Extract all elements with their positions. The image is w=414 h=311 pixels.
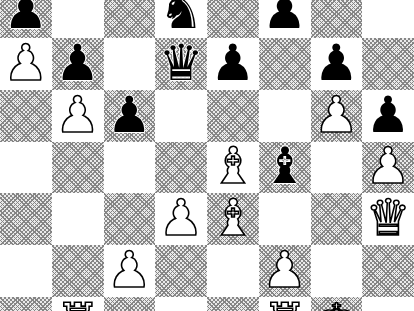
piece-black-pawn-b6: ♟ xyxy=(52,37,104,89)
board-square-c4 xyxy=(104,142,156,194)
board-square-a3 xyxy=(0,193,52,245)
board-square-c3 xyxy=(104,193,156,245)
piece-white-pawn-b5: ♟ xyxy=(52,89,104,141)
piece-black-queen-d6: ♛ xyxy=(155,37,207,89)
board-square-e1 xyxy=(207,297,259,311)
board-square-g2 xyxy=(311,245,363,297)
board-square-c7 xyxy=(104,0,156,38)
board-square-a2 xyxy=(0,245,52,297)
board-square-b4 xyxy=(52,142,104,194)
chessboard: ♟♞♟♟♟♛♟♟♟♟♟♟♝♝♟♟♝♛♟♟♜♜♚ xyxy=(0,0,414,311)
piece-black-pawn-f7: ♟ xyxy=(259,0,311,37)
piece-black-pawn-h5: ♟ xyxy=(362,89,414,141)
board-square-f3 xyxy=(259,193,311,245)
piece-white-rook-f1: ♜ xyxy=(259,296,311,311)
board-square-f6 xyxy=(259,38,311,90)
piece-white-pawn-f2: ♟ xyxy=(259,244,311,296)
piece-black-pawn-c5: ♟ xyxy=(104,89,156,141)
piece-black-pawn-e6: ♟ xyxy=(207,37,259,89)
board-square-b2 xyxy=(52,245,104,297)
piece-white-pawn-h4: ♟ xyxy=(362,141,414,193)
board-square-b7 xyxy=(52,0,104,38)
board-square-d1 xyxy=(155,297,207,311)
board-square-a5 xyxy=(0,90,52,142)
piece-white-bishop-e4: ♝ xyxy=(207,141,259,193)
piece-white-rook-b1: ♜ xyxy=(52,296,104,311)
piece-white-bishop-e3: ♝ xyxy=(207,192,259,244)
board-square-e5 xyxy=(207,90,259,142)
piece-black-pawn-a7: ♟ xyxy=(0,0,52,37)
board-square-b3 xyxy=(52,193,104,245)
board-square-h7 xyxy=(362,0,414,38)
board-square-e7 xyxy=(207,0,259,38)
board-square-c1 xyxy=(104,297,156,311)
piece-white-pawn-g5: ♟ xyxy=(311,89,363,141)
board-square-d2 xyxy=(155,245,207,297)
piece-white-pawn-d3: ♟ xyxy=(155,192,207,244)
board-square-a1 xyxy=(0,297,52,311)
piece-white-pawn-a6: ♟ xyxy=(0,37,52,89)
board-square-g4 xyxy=(311,142,363,194)
board-square-c6 xyxy=(104,38,156,90)
piece-white-king-g1: ♚ xyxy=(311,296,363,311)
board-square-g3 xyxy=(311,193,363,245)
board-square-d5 xyxy=(155,90,207,142)
board-square-a4 xyxy=(0,142,52,194)
piece-white-pawn-c2: ♟ xyxy=(104,244,156,296)
piece-white-queen-h3: ♛ xyxy=(362,192,414,244)
board-square-h1 xyxy=(362,297,414,311)
piece-black-knight-d7: ♞ xyxy=(155,0,207,37)
board-square-e2 xyxy=(207,245,259,297)
board-square-h6 xyxy=(362,38,414,90)
board-square-g7 xyxy=(311,0,363,38)
board-square-h2 xyxy=(362,245,414,297)
board-square-d4 xyxy=(155,142,207,194)
piece-black-bishop-f4: ♝ xyxy=(259,141,311,193)
chess-diagram-crop: ♟♞♟♟♟♛♟♟♟♟♟♟♝♝♟♟♝♛♟♟♜♜♚ xyxy=(0,0,414,311)
piece-black-pawn-g6: ♟ xyxy=(311,37,363,89)
board-square-f5 xyxy=(259,90,311,142)
